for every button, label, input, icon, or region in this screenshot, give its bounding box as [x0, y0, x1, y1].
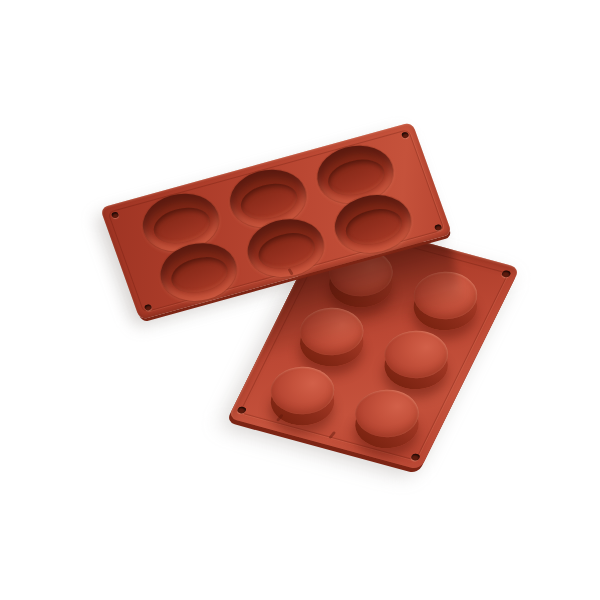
corner-hole	[410, 453, 421, 461]
product-photo	[0, 0, 600, 600]
